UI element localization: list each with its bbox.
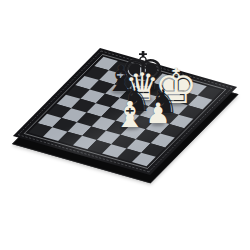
chess-board bbox=[13, 48, 237, 175]
chess-set-product-photo: ♚♝♛♚♞♞♝♟ bbox=[0, 0, 250, 250]
